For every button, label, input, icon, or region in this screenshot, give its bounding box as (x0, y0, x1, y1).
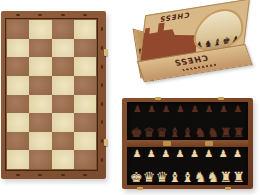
queen-piece: ♛ (156, 170, 169, 184)
board-square (7, 76, 29, 95)
open-chess-case: ♟♟♟♟♟♟♟♟ ♚♛♛♝♝♞♞♜♜ ♟♟♟♟♟♟♟♟ ♚♛♛♝♝♞♞♜♜ (122, 98, 253, 189)
board-square (74, 20, 96, 39)
pawn-piece: ♟ (219, 105, 227, 114)
coordinate-mark (16, 14, 20, 16)
pawn-piece: ♟ (133, 105, 141, 114)
knight-icon: ♞ (204, 39, 213, 50)
pawn-piece: ♟ (147, 149, 156, 159)
pawn-piece: ♟ (176, 105, 184, 114)
coordinate-mark (38, 14, 42, 16)
coordinate-mark (83, 14, 87, 16)
coordinate-mark (83, 174, 87, 176)
board-square (7, 113, 29, 132)
brass-hinge (205, 141, 213, 146)
light-pawn-row: ♟♟♟♟♟♟♟♟ (130, 149, 245, 159)
dark-major-row: ♚♛♛♝♝♞♞♜♜ (130, 126, 245, 139)
board-square (52, 150, 74, 169)
board-square (52, 95, 74, 114)
rook-piece: ♜ (220, 126, 232, 139)
coordinate-mark (101, 46, 103, 50)
king-piece: ♚ (130, 170, 143, 184)
king-piece: ♚ (131, 126, 143, 139)
pawn-piece: ♟ (133, 149, 142, 159)
case-foot-tab (225, 187, 231, 190)
coordinate-mark (101, 83, 103, 87)
board-square (7, 150, 29, 169)
knight-piece: ♞ (207, 126, 219, 139)
knight-piece: ♞ (207, 170, 220, 184)
pawn-piece: ♟ (148, 105, 156, 114)
board-square (29, 57, 51, 76)
knight-piece: ♞ (194, 170, 207, 184)
pawn-piece: ♟ (190, 149, 199, 159)
dark-pawn-row: ♟♟♟♟♟♟♟♟ (130, 105, 245, 114)
coordinate-mark (101, 65, 103, 69)
coordinate-marks-top (7, 12, 96, 17)
folded-chessboard (1, 11, 106, 179)
board-square (29, 150, 51, 169)
board-square (7, 39, 29, 58)
board-square (52, 57, 74, 76)
board-square (29, 132, 51, 151)
pawn-icon: ♟ (231, 35, 240, 46)
pawn-piece: ♟ (162, 105, 170, 114)
coordinate-mark (61, 14, 65, 16)
coordinate-mark (101, 120, 103, 124)
case-hinge-bar (127, 140, 248, 147)
board-square (29, 39, 51, 58)
bishop-piece: ♝ (169, 126, 181, 139)
pawn-piece: ♟ (161, 149, 170, 159)
board-square (29, 76, 51, 95)
board-square (52, 132, 74, 151)
coordinate-mark (101, 158, 103, 162)
coordinate-mark (61, 174, 65, 176)
queen-piece: ♛ (156, 126, 168, 139)
board-square (7, 132, 29, 151)
board-square (74, 113, 96, 132)
chessboard-grid (7, 20, 96, 169)
board-square (52, 39, 74, 58)
coordinate-mark (101, 139, 103, 143)
board-square (29, 95, 51, 114)
coordinate-mark (38, 174, 42, 176)
pawn-piece: ♟ (205, 105, 213, 114)
coordinate-marks-bottom (7, 172, 96, 178)
board-square (74, 95, 96, 114)
board-square (74, 57, 96, 76)
queen-piece: ♛ (143, 126, 155, 139)
coordinate-mark (16, 174, 20, 176)
pawn-piece: ♟ (233, 149, 242, 159)
board-clasp-top (104, 49, 108, 56)
board-square (7, 95, 29, 114)
board-square (52, 113, 74, 132)
board-square (29, 113, 51, 132)
board-square (7, 57, 29, 76)
rook-piece: ♜ (233, 126, 245, 139)
bishop-icon: ♝ (213, 38, 222, 49)
pawn-piece: ♟ (205, 149, 214, 159)
brass-hinge (163, 141, 171, 146)
board-square (52, 76, 74, 95)
coordinate-mark (101, 102, 103, 106)
chess-box: CHESS ♟♞♝♚♟ CHESS (130, 0, 257, 95)
board-square (74, 76, 96, 95)
board-clasp-bottom (104, 139, 108, 146)
bishop-piece: ♝ (182, 126, 194, 139)
rook-piece: ♜ (232, 170, 245, 184)
coordinate-mark (101, 27, 103, 31)
board-square (74, 39, 96, 58)
king-icon: ♚ (222, 36, 231, 47)
board-square (29, 20, 51, 39)
case-hinge-tab (218, 97, 224, 100)
pawn-piece: ♟ (191, 105, 199, 114)
dark-pieces-tray: ♟♟♟♟♟♟♟♟ ♚♛♛♝♝♞♞♜♜ (127, 102, 248, 140)
pawn-piece: ♟ (234, 105, 242, 114)
board-square (52, 20, 74, 39)
board-inlay-border (5, 18, 98, 171)
bishop-piece: ♝ (168, 170, 181, 184)
light-pieces-tray: ♟♟♟♟♟♟♟♟ ♚♛♛♝♝♞♞♜♜ (127, 147, 248, 185)
board-square (74, 150, 96, 169)
queen-piece: ♛ (143, 170, 156, 184)
case-foot-tab (137, 187, 143, 190)
pawn-piece: ♟ (219, 149, 228, 159)
knight-piece: ♞ (194, 126, 206, 139)
bishop-piece: ♝ (181, 170, 194, 184)
box-title: CHESS (159, 10, 190, 23)
rook-piece: ♜ (219, 170, 232, 184)
product-photo: CHESS ♟♞♝♚♟ CHESS ♟♟♟♟♟♟♟♟ ♚♛♛♝♝♞♞♜♜ ♟♟♟… (0, 0, 260, 195)
board-square (7, 20, 29, 39)
coordinate-marks-right (99, 20, 105, 169)
pawn-piece: ♟ (176, 149, 185, 159)
case-hinge-tab (155, 97, 161, 100)
board-square (74, 132, 96, 151)
light-major-row: ♚♛♛♝♝♞♞♜♜ (130, 170, 245, 184)
